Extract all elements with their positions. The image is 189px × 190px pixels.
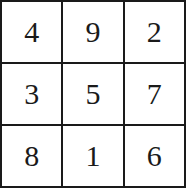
cell-r1c1: 4 bbox=[2, 2, 61, 62]
magic-square-board-wrapper: 4 9 2 3 5 7 8 1 6 bbox=[0, 0, 189, 190]
cell-r1c3: 2 bbox=[125, 2, 184, 62]
cell-r3c1: 8 bbox=[2, 126, 61, 186]
cell-r2c2: 5 bbox=[63, 64, 122, 124]
cell-r3c2: 1 bbox=[63, 126, 122, 186]
cell-r2c1: 3 bbox=[2, 64, 61, 124]
cell-r1c2: 9 bbox=[63, 2, 122, 62]
cell-r3c3: 6 bbox=[125, 126, 184, 186]
magic-square-grid: 4 9 2 3 5 7 8 1 6 bbox=[0, 0, 186, 188]
cell-r2c3: 7 bbox=[125, 64, 184, 124]
